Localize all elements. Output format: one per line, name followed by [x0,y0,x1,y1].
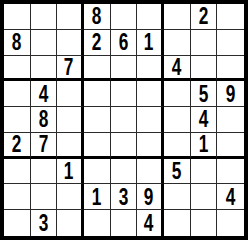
cell-r6c2[interactable]: 7 [31,133,58,159]
cell-value: 5 [172,159,182,183]
cell-value: 6 [119,30,129,54]
cell-r8c3[interactable] [57,184,84,210]
cell-r4c8[interactable]: 5 [191,81,218,107]
cell-r3c9[interactable] [217,56,244,82]
cell-r3c3[interactable]: 7 [57,56,84,82]
cell-r1c1[interactable] [4,4,31,30]
cell-r7c5[interactable] [111,159,138,185]
cell-r5c1[interactable] [4,107,31,133]
cell-r8c9[interactable]: 4 [217,184,244,210]
cell-r3c4[interactable] [84,56,111,82]
cell-r5c4[interactable] [84,107,111,133]
cell-r2c6[interactable]: 1 [137,30,164,56]
cell-value: 1 [144,30,154,54]
cell-r6c7[interactable] [164,133,191,159]
cell-r5c8[interactable]: 4 [191,107,218,133]
cell-r8c8[interactable] [191,184,218,210]
cell-r2c8[interactable] [191,30,218,56]
cell-r1c2[interactable] [31,4,58,30]
cell-r9c1[interactable] [4,210,31,236]
cell-r7c8[interactable] [191,159,218,185]
cell-r7c7[interactable]: 5 [164,159,191,185]
cell-r5c3[interactable] [57,107,84,133]
cell-r2c7[interactable] [164,30,191,56]
cell-value: 3 [119,185,129,209]
cell-r6c3[interactable] [57,133,84,159]
cell-value: 8 [39,107,49,131]
cell-value: 1 [92,185,102,209]
cell-r7c1[interactable] [4,159,31,185]
cell-r6c1[interactable]: 2 [4,133,31,159]
cell-value: 2 [92,30,102,54]
cell-r7c3[interactable]: 1 [57,159,84,185]
cell-r4c9[interactable]: 9 [217,81,244,107]
cell-r3c2[interactable] [31,56,58,82]
cell-r3c1[interactable] [4,56,31,82]
cell-r2c3[interactable] [57,30,84,56]
cell-value: 4 [226,185,236,209]
cell-r6c6[interactable] [137,133,164,159]
cell-value: 5 [199,82,209,106]
cell-r1c5[interactable] [111,4,138,30]
cell-r1c6[interactable] [137,4,164,30]
cell-r9c7[interactable] [164,210,191,236]
cell-r1c8[interactable]: 2 [191,4,218,30]
cell-value: 9 [144,185,154,209]
cell-value: 4 [144,211,154,235]
cell-r7c9[interactable] [217,159,244,185]
cell-r8c4[interactable]: 1 [84,184,111,210]
cell-r5c9[interactable] [217,107,244,133]
cell-r3c6[interactable] [137,56,164,82]
cell-r6c8[interactable]: 1 [191,133,218,159]
cell-r1c9[interactable] [217,4,244,30]
cell-r3c7[interactable]: 4 [164,56,191,82]
cell-value: 3 [39,211,49,235]
cell-r4c7[interactable] [164,81,191,107]
cell-r9c5[interactable] [111,210,138,236]
cell-value: 1 [64,159,74,183]
cell-value: 4 [199,107,209,131]
cell-value: 9 [226,82,236,106]
cell-r9c9[interactable] [217,210,244,236]
cell-r8c5[interactable]: 3 [111,184,138,210]
cell-r7c4[interactable] [84,159,111,185]
cell-r5c6[interactable] [137,107,164,133]
cell-value: 7 [39,133,49,156]
cell-r9c4[interactable] [84,210,111,236]
cell-r2c1[interactable]: 8 [4,30,31,56]
cell-r9c6[interactable]: 4 [137,210,164,236]
cell-r6c5[interactable] [111,133,138,159]
cell-r1c7[interactable] [164,4,191,30]
cell-r4c6[interactable] [137,81,164,107]
cell-value: 2 [199,4,209,28]
cell-r4c4[interactable] [84,81,111,107]
cell-value: 7 [64,56,74,79]
cell-r3c5[interactable] [111,56,138,82]
cell-r5c5[interactable] [111,107,138,133]
cell-r8c1[interactable] [4,184,31,210]
cell-r9c8[interactable] [191,210,218,236]
cell-value: 1 [199,133,209,156]
cell-r2c9[interactable] [217,30,244,56]
cell-r4c3[interactable] [57,81,84,107]
cell-r1c4[interactable]: 8 [84,4,111,30]
cell-r6c9[interactable] [217,133,244,159]
cell-r2c5[interactable]: 6 [111,30,138,56]
cell-r9c3[interactable] [57,210,84,236]
cell-r8c2[interactable] [31,184,58,210]
cell-r4c2[interactable]: 4 [31,81,58,107]
cell-r6c4[interactable] [84,133,111,159]
cell-r4c5[interactable] [111,81,138,107]
cell-r5c7[interactable] [164,107,191,133]
cell-value: 4 [172,56,182,79]
cell-value: 2 [12,133,22,156]
cell-r4c1[interactable] [4,81,31,107]
cell-r8c6[interactable]: 9 [137,184,164,210]
cell-r7c6[interactable] [137,159,164,185]
cell-r2c4[interactable]: 2 [84,30,111,56]
cell-r3c8[interactable] [191,56,218,82]
cell-r2c2[interactable] [31,30,58,56]
cell-r8c7[interactable] [164,184,191,210]
cell-r9c2[interactable]: 3 [31,210,58,236]
cell-r5c2[interactable]: 8 [31,107,58,133]
cell-value: 8 [12,30,22,54]
sudoku-board: 828261744598427115139434 [0,0,248,240]
cell-r1c3[interactable] [57,4,84,30]
cell-value: 4 [39,82,49,106]
cell-value: 8 [92,4,102,28]
cell-r7c2[interactable] [31,159,58,185]
